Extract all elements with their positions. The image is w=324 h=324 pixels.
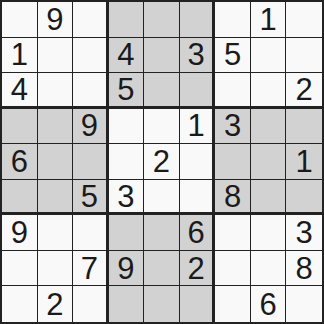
cell-r7c6[interactable]: 6 — [180, 215, 216, 251]
cell-r6c1[interactable] — [2, 180, 38, 216]
cell-r8c3[interactable]: 7 — [73, 251, 109, 287]
cell-r4c6[interactable]: 1 — [180, 109, 216, 145]
cell-r5c4[interactable] — [109, 144, 145, 180]
cell-r1c4[interactable] — [109, 2, 145, 38]
cell-r2c1[interactable]: 1 — [2, 38, 38, 74]
cell-r4c2[interactable] — [38, 109, 74, 145]
cell-r4c9[interactable] — [286, 109, 322, 145]
cell-r3c3[interactable] — [73, 73, 109, 109]
cell-r7c8[interactable] — [251, 215, 287, 251]
cell-r9c8[interactable]: 6 — [251, 286, 287, 322]
cell-r9c4[interactable] — [109, 286, 145, 322]
cell-r4c1[interactable] — [2, 109, 38, 145]
cell-r5c5[interactable]: 2 — [144, 144, 180, 180]
cell-r3c2[interactable] — [38, 73, 74, 109]
cell-r6c5[interactable] — [144, 180, 180, 216]
cell-r5c1[interactable]: 6 — [2, 144, 38, 180]
cell-r2c6[interactable]: 3 — [180, 38, 216, 74]
cell-r9c9[interactable] — [286, 286, 322, 322]
cell-r5c8[interactable] — [251, 144, 287, 180]
cell-r5c2[interactable] — [38, 144, 74, 180]
cell-r2c3[interactable] — [73, 38, 109, 74]
cell-r9c3[interactable] — [73, 286, 109, 322]
cell-r6c8[interactable] — [251, 180, 287, 216]
cell-r3c4[interactable]: 5 — [109, 73, 145, 109]
cell-r8c6[interactable]: 2 — [180, 251, 216, 287]
cell-r8c4[interactable]: 9 — [109, 251, 145, 287]
cell-r1c2[interactable]: 9 — [38, 2, 74, 38]
cell-r3c8[interactable] — [251, 73, 287, 109]
cell-r2c2[interactable] — [38, 38, 74, 74]
cell-r8c8[interactable] — [251, 251, 287, 287]
cell-r4c5[interactable] — [144, 109, 180, 145]
cell-r7c4[interactable] — [109, 215, 145, 251]
cell-r1c9[interactable] — [286, 2, 322, 38]
cell-r5c9[interactable]: 1 — [286, 144, 322, 180]
cell-r2c5[interactable] — [144, 38, 180, 74]
cell-r1c1[interactable] — [2, 2, 38, 38]
cell-r7c1[interactable]: 9 — [2, 215, 38, 251]
cell-r8c7[interactable] — [215, 251, 251, 287]
cell-r1c3[interactable] — [73, 2, 109, 38]
cell-r5c3[interactable] — [73, 144, 109, 180]
cell-r6c6[interactable] — [180, 180, 216, 216]
cell-r7c5[interactable] — [144, 215, 180, 251]
cell-r6c9[interactable] — [286, 180, 322, 216]
cell-r9c5[interactable] — [144, 286, 180, 322]
cell-r2c9[interactable] — [286, 38, 322, 74]
cell-r4c4[interactable] — [109, 109, 145, 145]
cell-r4c8[interactable] — [251, 109, 287, 145]
cell-r8c9[interactable]: 8 — [286, 251, 322, 287]
cell-r8c5[interactable] — [144, 251, 180, 287]
cell-r2c8[interactable] — [251, 38, 287, 74]
cell-r3c5[interactable] — [144, 73, 180, 109]
cell-r4c3[interactable]: 9 — [73, 109, 109, 145]
cell-r2c7[interactable]: 5 — [215, 38, 251, 74]
cell-r8c2[interactable] — [38, 251, 74, 287]
sudoku-board: 911435452913621538963792826 — [0, 0, 324, 324]
cell-r7c7[interactable] — [215, 215, 251, 251]
cell-r6c3[interactable]: 5 — [73, 180, 109, 216]
cell-r5c7[interactable] — [215, 144, 251, 180]
cell-r4c7[interactable]: 3 — [215, 109, 251, 145]
cell-r1c5[interactable] — [144, 2, 180, 38]
cell-r3c6[interactable] — [180, 73, 216, 109]
cell-r7c3[interactable] — [73, 215, 109, 251]
cell-r3c9[interactable]: 2 — [286, 73, 322, 109]
cell-r3c7[interactable] — [215, 73, 251, 109]
cell-r5c6[interactable] — [180, 144, 216, 180]
cell-r7c2[interactable] — [38, 215, 74, 251]
cell-r1c7[interactable] — [215, 2, 251, 38]
cell-r9c2[interactable]: 2 — [38, 286, 74, 322]
cell-r9c7[interactable] — [215, 286, 251, 322]
cell-r7c9[interactable]: 3 — [286, 215, 322, 251]
cell-r6c7[interactable]: 8 — [215, 180, 251, 216]
cell-r6c2[interactable] — [38, 180, 74, 216]
cell-r1c8[interactable]: 1 — [251, 2, 287, 38]
cell-r1c6[interactable] — [180, 2, 216, 38]
cell-r8c1[interactable] — [2, 251, 38, 287]
cell-r2c4[interactable]: 4 — [109, 38, 145, 74]
cell-r3c1[interactable]: 4 — [2, 73, 38, 109]
cell-r6c4[interactable]: 3 — [109, 180, 145, 216]
cell-r9c1[interactable] — [2, 286, 38, 322]
cell-r9c6[interactable] — [180, 286, 216, 322]
